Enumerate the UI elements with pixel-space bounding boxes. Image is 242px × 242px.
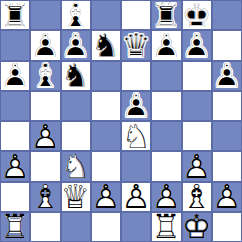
black-pawn-icon: ♟♙ [61, 30, 91, 60]
square-d6[interactable] [91, 61, 121, 91]
square-f6[interactable] [151, 61, 181, 91]
square-e5[interactable]: ♟♙ [121, 91, 151, 121]
square-h7[interactable] [212, 30, 242, 60]
square-c5[interactable] [61, 91, 91, 121]
black-queen-icon: ♛♕ [121, 30, 151, 60]
black-rook-icon: ♜♖ [0, 0, 30, 30]
square-h1[interactable] [212, 212, 242, 242]
square-e1[interactable] [121, 212, 151, 242]
white-pawn-icon: ♟♙ [0, 151, 30, 181]
square-b5[interactable] [30, 91, 60, 121]
square-h5[interactable] [212, 91, 242, 121]
white-pawn-icon: ♟♙ [121, 182, 151, 212]
black-rook-icon: ♜♖ [151, 0, 181, 30]
white-king-icon: ♚♔ [182, 212, 212, 242]
square-e3[interactable] [121, 151, 151, 181]
black-knight-icon: ♞♘ [91, 30, 121, 60]
square-h2[interactable]: ♟♙ [212, 182, 242, 212]
square-d1[interactable] [91, 212, 121, 242]
square-c3[interactable]: ♞♘ [61, 151, 91, 181]
square-a8[interactable]: ♜♖ [0, 0, 30, 30]
white-queen-icon: ♛♕ [61, 182, 91, 212]
square-f4[interactable] [151, 121, 181, 151]
white-rook-icon: ♜♖ [151, 212, 181, 242]
white-pawn-icon: ♟♙ [151, 182, 181, 212]
square-h6[interactable]: ♟♙ [212, 61, 242, 91]
square-e6[interactable] [121, 61, 151, 91]
square-g7[interactable]: ♟♙ [182, 30, 212, 60]
white-pawn-icon: ♟♙ [182, 151, 212, 181]
black-pawn-icon: ♟♙ [30, 30, 60, 60]
square-f5[interactable] [151, 91, 181, 121]
square-b8[interactable] [30, 0, 60, 30]
square-h3[interactable] [212, 151, 242, 181]
square-d5[interactable] [91, 91, 121, 121]
white-pawn-icon: ♟♙ [212, 182, 242, 212]
square-b6[interactable]: ♝♗ [30, 61, 60, 91]
white-knight-icon: ♞♘ [61, 151, 91, 181]
square-d3[interactable] [91, 151, 121, 181]
square-e8[interactable] [121, 0, 151, 30]
square-h8[interactable] [212, 0, 242, 30]
white-pawn-icon: ♟♙ [30, 121, 60, 151]
white-bishop-icon: ♝♗ [182, 182, 212, 212]
square-a7[interactable] [0, 30, 30, 60]
square-d7[interactable]: ♞♘ [91, 30, 121, 60]
square-e4[interactable]: ♞♘ [121, 121, 151, 151]
square-h4[interactable] [212, 121, 242, 151]
square-g1[interactable]: ♚♔ [182, 212, 212, 242]
white-knight-icon: ♞♘ [121, 121, 151, 151]
square-c2[interactable]: ♛♕ [61, 182, 91, 212]
black-pawn-icon: ♟♙ [182, 30, 212, 60]
square-f1[interactable]: ♜♖ [151, 212, 181, 242]
black-pawn-icon: ♟♙ [212, 61, 242, 91]
square-b3[interactable] [30, 151, 60, 181]
square-g8[interactable]: ♚♔ [182, 0, 212, 30]
square-e7[interactable]: ♛♕ [121, 30, 151, 60]
black-pawn-icon: ♟♙ [151, 30, 181, 60]
square-d8[interactable] [91, 0, 121, 30]
square-f3[interactable] [151, 151, 181, 181]
square-a4[interactable] [0, 121, 30, 151]
square-c1[interactable] [61, 212, 91, 242]
square-a6[interactable]: ♟♙ [0, 61, 30, 91]
square-b7[interactable]: ♟♙ [30, 30, 60, 60]
square-b4[interactable]: ♟♙ [30, 121, 60, 151]
square-e2[interactable]: ♟♙ [121, 182, 151, 212]
square-a3[interactable]: ♟♙ [0, 151, 30, 181]
square-g3[interactable]: ♟♙ [182, 151, 212, 181]
square-c4[interactable] [61, 121, 91, 151]
square-b2[interactable]: ♝♗ [30, 182, 60, 212]
square-c8[interactable]: ♝♗ [61, 0, 91, 30]
white-bishop-icon: ♝♗ [30, 182, 60, 212]
square-g4[interactable] [182, 121, 212, 151]
square-g5[interactable] [182, 91, 212, 121]
square-b1[interactable] [30, 212, 60, 242]
square-c7[interactable]: ♟♙ [61, 30, 91, 60]
white-pawn-icon: ♟♙ [91, 182, 121, 212]
square-c6[interactable]: ♞♘ [61, 61, 91, 91]
black-pawn-icon: ♟♙ [0, 61, 30, 91]
square-a1[interactable]: ♜♖ [0, 212, 30, 242]
square-g6[interactable] [182, 61, 212, 91]
square-f8[interactable]: ♜♖ [151, 0, 181, 30]
square-a5[interactable] [0, 91, 30, 121]
black-knight-icon: ♞♘ [61, 61, 91, 91]
square-f7[interactable]: ♟♙ [151, 30, 181, 60]
black-bishop-icon: ♝♗ [30, 61, 60, 91]
square-d2[interactable]: ♟♙ [91, 182, 121, 212]
black-pawn-icon: ♟♙ [121, 91, 151, 121]
white-rook-icon: ♜♖ [0, 212, 30, 242]
square-d4[interactable] [91, 121, 121, 151]
square-f2[interactable]: ♟♙ [151, 182, 181, 212]
black-king-icon: ♚♔ [182, 0, 212, 30]
square-g2[interactable]: ♝♗ [182, 182, 212, 212]
chess-board: ♜♖♝♗♜♖♚♔♟♙♟♙♞♘♛♕♟♙♟♙♟♙♝♗♞♘♟♙♟♙♟♙♞♘♟♙♞♘♟♙… [0, 0, 242, 242]
black-bishop-icon: ♝♗ [61, 0, 91, 30]
square-a2[interactable] [0, 182, 30, 212]
